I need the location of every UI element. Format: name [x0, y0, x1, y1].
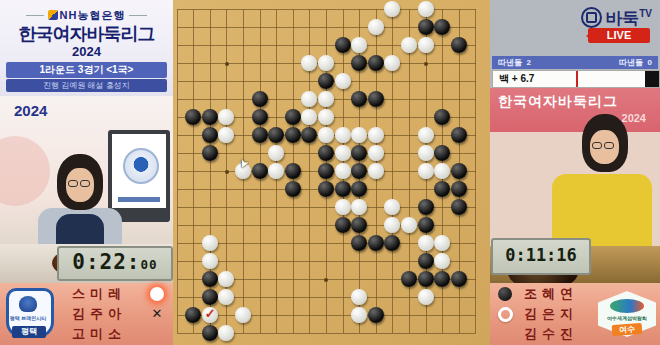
white-stone [384, 55, 400, 71]
star-point [424, 62, 428, 66]
monitor-screen [112, 134, 166, 208]
badukTV-logo-icon [581, 7, 602, 28]
white-stone [218, 325, 234, 341]
estimate-center-tick [576, 71, 578, 87]
right-players-panel: 조혜연 김은지 김수진 여수세계섬박람회 여수 [490, 283, 660, 345]
right-team-badge: 여수세계섬박람회 여수 [598, 291, 656, 343]
white-stone [401, 37, 417, 53]
white-stone [318, 91, 334, 107]
white-stone [351, 199, 367, 215]
white-stone [335, 145, 351, 161]
black-stone [285, 127, 301, 143]
black-stone [451, 199, 467, 215]
white-stone [434, 253, 450, 269]
white-stone [418, 145, 434, 161]
white-stone [368, 145, 384, 161]
white-stone [368, 127, 384, 143]
black-stone [202, 271, 218, 287]
studio-monitor [108, 130, 170, 222]
white-stone [268, 145, 284, 161]
left-player-3-marker [150, 327, 164, 341]
left-team-badge-name: 평택 [12, 326, 46, 338]
black-stone [252, 127, 268, 143]
white-stone [268, 163, 284, 179]
black-stone [351, 145, 367, 161]
broadcast-frame: NH농협은행 한국여자바둑리그 2024 1라운드 3경기 <1국> 진행 김예… [0, 0, 660, 345]
left-team-badge-title: 평택 브레인시티 [4, 315, 52, 321]
black-stone [202, 289, 218, 305]
black-stone [368, 55, 384, 71]
black-stone [434, 109, 450, 125]
black-stone [202, 325, 218, 341]
black-stone [451, 127, 467, 143]
left-player-2: 김주아 [72, 304, 126, 324]
league-header: NH농협은행 한국여자바둑리그 2024 1라운드 3경기 <1국> 진행 김예… [0, 0, 173, 96]
black-stone [335, 37, 351, 53]
black-stone [268, 127, 284, 143]
black-stone [202, 109, 218, 125]
black-stone [418, 253, 434, 269]
left-game-clock: 0:22:00 [57, 246, 173, 281]
black-stone [401, 271, 417, 287]
league-title: 한국여자바둑리그 [0, 22, 173, 46]
score-estimate: 백 + 6.7 [499, 72, 534, 86]
black-stone [285, 163, 301, 179]
white-stone [351, 37, 367, 53]
left-player-3: 고미소 [72, 324, 126, 344]
black-stone [351, 163, 367, 179]
captures-left: 따낸돌 2 [498, 56, 531, 69]
right-player-glasses [604, 142, 614, 149]
black-stone [351, 55, 367, 71]
left-team-badge: 평택 브레인시티 평택 [4, 288, 52, 342]
black-stone [418, 217, 434, 233]
black-stone [318, 181, 334, 197]
right-player-3-marker [498, 327, 512, 341]
left-player-1: 스미레 [72, 284, 126, 304]
white-stone [218, 127, 234, 143]
left-player-glasses [68, 180, 78, 187]
white-stone [368, 163, 384, 179]
rule-right [129, 15, 147, 16]
white-stone [351, 289, 367, 305]
white-stone [301, 109, 317, 125]
black-stone [418, 271, 434, 287]
black-stone [185, 307, 201, 323]
go-board: ✓➤ [173, 0, 490, 345]
white-stone [418, 127, 434, 143]
black-stone [451, 163, 467, 179]
white-stone [301, 55, 317, 71]
black-stone [318, 163, 334, 179]
black-stone [351, 217, 367, 233]
black-stone [451, 181, 467, 197]
black-stone [252, 109, 268, 125]
nh-logo-icon [48, 10, 58, 20]
right-panel: 바둑TV LIVE 따낸돌 2 따낸돌 0 백 + 6.7 한국여자바둑리그 2… [490, 0, 660, 345]
captures-bar: 따낸돌 2 따낸돌 0 [492, 56, 658, 69]
black-stone [202, 127, 218, 143]
white-stone [434, 163, 450, 179]
left-players-panel: 평택 브레인시티 평택 스미레 김주아 고미소 ✕ [0, 283, 173, 345]
black-stone [318, 145, 334, 161]
rule-left [26, 15, 44, 16]
white-stone [318, 109, 334, 125]
venue-banner-year: 2024 [622, 112, 646, 124]
star-point [225, 62, 229, 66]
white-stone [301, 91, 317, 107]
live-badge: LIVE [588, 28, 650, 43]
black-stone [252, 163, 268, 179]
white-stone [335, 163, 351, 179]
black-stone [434, 181, 450, 197]
venue-banner: 한국여자바둑리그 2024 [490, 88, 660, 132]
black-stone [301, 127, 317, 143]
black-stone [335, 217, 351, 233]
grid-line-horizontal [177, 315, 477, 316]
left-player-1-marker [150, 287, 164, 301]
right-player-glasses [592, 142, 602, 149]
right-player-1-marker [498, 287, 512, 301]
black-stone [335, 181, 351, 197]
white-stone [318, 127, 334, 143]
black-stone [418, 199, 434, 215]
right-team-badge-name: 여수 [612, 323, 643, 336]
black-stone [351, 181, 367, 197]
black-end-square [645, 71, 659, 87]
white-stone [384, 1, 400, 17]
white-stone [335, 199, 351, 215]
black-stone [351, 91, 367, 107]
right-player-3: 김수진 [524, 324, 578, 344]
white-stone [235, 307, 251, 323]
black-stone [384, 235, 400, 251]
round-info: 1라운드 3경기 <1국> [6, 62, 167, 78]
white-stone [351, 307, 367, 323]
black-stone [318, 73, 334, 89]
left-player-camera: 2024 0:22:00 [0, 96, 173, 283]
right-player-1: 조혜연 [524, 284, 578, 304]
white-stone [418, 37, 434, 53]
black-stone [451, 271, 467, 287]
black-stone [434, 145, 450, 161]
right-player-2-marker [498, 307, 513, 322]
sponsor-line: NH농협은행 [0, 8, 173, 23]
white-stone [401, 217, 417, 233]
white-stone [335, 127, 351, 143]
white-stone [434, 235, 450, 251]
black-stone [368, 235, 384, 251]
left-player-2-marker: ✕ [150, 307, 164, 321]
white-stone [218, 271, 234, 287]
white-stone [418, 1, 434, 17]
banner-decoration [0, 136, 50, 206]
black-stone [434, 271, 450, 287]
black-stone [368, 307, 384, 323]
white-stone [218, 109, 234, 125]
white-stone [202, 235, 218, 251]
black-stone [434, 19, 450, 35]
right-game-clock: 0:11:16 [491, 238, 591, 275]
left-panel: NH농협은행 한국여자바둑리그 2024 1라운드 3경기 <1국> 진행 김예… [0, 0, 173, 345]
black-stone [202, 145, 218, 161]
sponsor-name: NH농협은행 [60, 9, 126, 21]
white-stone [384, 217, 400, 233]
last-move-check-icon: ✓ [205, 306, 216, 321]
black-stone [285, 109, 301, 125]
monitor-caption [118, 197, 160, 202]
white-stone [384, 199, 400, 215]
staff-credits: 진행 김예원 해설 홍성지 [6, 79, 167, 92]
badukTV-logo: 바둑TV [581, 7, 652, 27]
black-stone [418, 19, 434, 35]
white-stone [202, 253, 218, 269]
left-banner-year: 2024 [14, 102, 47, 119]
black-stone [252, 91, 268, 107]
brain-tree-icon [19, 296, 37, 312]
score-estimate-bar: 백 + 6.7 [492, 70, 660, 88]
white-stone [218, 289, 234, 305]
white-stone [335, 73, 351, 89]
right-player-2: 김은지 [524, 304, 578, 324]
black-stone [351, 235, 367, 251]
white-stone [418, 289, 434, 305]
white-stone [368, 19, 384, 35]
white-stone [351, 127, 367, 143]
black-stone [451, 37, 467, 53]
team-logo-on-screen [123, 148, 159, 184]
black-stone [185, 109, 201, 125]
right-team-badge-title: 여수세계섬박람회 [598, 315, 656, 321]
star-point [324, 278, 328, 282]
black-stone [368, 91, 384, 107]
black-stone [285, 181, 301, 197]
venue-banner-title: 한국여자바둑리그 [498, 93, 618, 111]
white-stone [418, 235, 434, 251]
left-player-glasses [80, 180, 90, 187]
white-stone [318, 55, 334, 71]
right-player-camera: 한국여자바둑리그 2024 0:11:16 [490, 88, 660, 283]
league-year: 2024 [0, 44, 173, 59]
captures-right: 따낸돌 0 [619, 56, 652, 69]
badge-island-art [610, 299, 644, 313]
white-stone [418, 163, 434, 179]
star-point [225, 170, 229, 174]
